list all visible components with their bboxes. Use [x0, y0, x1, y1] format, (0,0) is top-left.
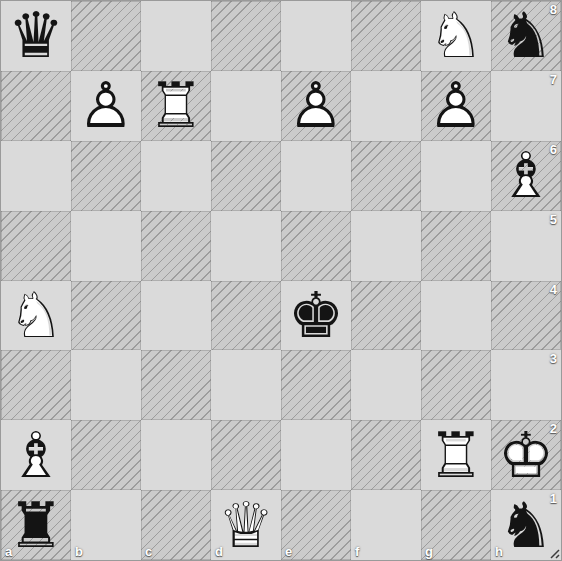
square-g1[interactable]: g: [421, 490, 491, 560]
square-e5[interactable]: [281, 211, 351, 281]
square-b1[interactable]: b: [71, 490, 141, 560]
square-g5[interactable]: [421, 211, 491, 281]
square-b6[interactable]: [71, 141, 141, 211]
square-a2[interactable]: ♝♗: [1, 420, 71, 490]
piece-white-rook[interactable]: ♜♖: [141, 71, 211, 141]
piece-white-pawn[interactable]: ♟♙: [71, 71, 141, 141]
piece-white-queen[interactable]: ♛♕: [211, 490, 281, 560]
piece-white-bishop[interactable]: ♝♗: [491, 141, 561, 211]
square-e8[interactable]: [281, 1, 351, 71]
piece-black-knight[interactable]: ♞: [491, 1, 561, 71]
square-c4[interactable]: [141, 281, 211, 351]
file-label-e: e: [285, 544, 292, 559]
square-a5[interactable]: [1, 211, 71, 281]
square-a1[interactable]: ♜a: [1, 490, 71, 560]
square-g4[interactable]: [421, 281, 491, 351]
file-label-f: f: [355, 544, 359, 559]
black-queen-glyph: ♛: [8, 4, 64, 67]
white-knight-outline-glyph: ♘: [8, 284, 64, 347]
rank-label-3: 3: [550, 351, 557, 366]
square-c2[interactable]: [141, 420, 211, 490]
square-h5[interactable]: 5: [491, 211, 561, 281]
square-h4[interactable]: 4: [491, 281, 561, 351]
square-a6[interactable]: [1, 141, 71, 211]
rank-label-7: 7: [550, 72, 557, 87]
square-g3[interactable]: [421, 350, 491, 420]
square-f6[interactable]: [351, 141, 421, 211]
white-rook-outline-glyph: ♖: [428, 424, 484, 487]
white-pawn-outline-glyph: ♙: [428, 74, 484, 137]
square-c3[interactable]: [141, 350, 211, 420]
square-d7[interactable]: [211, 71, 281, 141]
rank-label-5: 5: [550, 212, 557, 227]
square-h8[interactable]: ♞8: [491, 1, 561, 71]
piece-white-king[interactable]: ♚♔: [491, 420, 561, 490]
piece-black-rook[interactable]: ♜: [1, 490, 71, 560]
piece-white-pawn[interactable]: ♟♙: [421, 71, 491, 141]
square-f1[interactable]: f: [351, 490, 421, 560]
white-king-outline-glyph: ♔: [498, 424, 554, 487]
square-d8[interactable]: [211, 1, 281, 71]
square-g2[interactable]: ♜♖: [421, 420, 491, 490]
square-g6[interactable]: [421, 141, 491, 211]
square-h2[interactable]: ♚♔2: [491, 420, 561, 490]
square-b8[interactable]: [71, 1, 141, 71]
white-bishop-outline-glyph: ♗: [498, 144, 554, 207]
file-label-b: b: [75, 544, 83, 559]
piece-white-rook[interactable]: ♜♖: [421, 420, 491, 490]
file-label-g: g: [425, 544, 433, 559]
piece-black-queen[interactable]: ♛: [1, 1, 71, 71]
square-d5[interactable]: [211, 211, 281, 281]
square-e7[interactable]: ♟♙: [281, 71, 351, 141]
square-h6[interactable]: ♝♗6: [491, 141, 561, 211]
square-f8[interactable]: [351, 1, 421, 71]
square-f2[interactable]: [351, 420, 421, 490]
piece-white-bishop[interactable]: ♝♗: [1, 420, 71, 490]
square-e4[interactable]: ♚: [281, 281, 351, 351]
square-e6[interactable]: [281, 141, 351, 211]
square-e3[interactable]: [281, 350, 351, 420]
black-rook-glyph: ♜: [8, 494, 64, 557]
piece-white-knight[interactable]: ♞♘: [421, 1, 491, 71]
square-a3[interactable]: [1, 350, 71, 420]
square-g7[interactable]: ♟♙: [421, 71, 491, 141]
square-d4[interactable]: [211, 281, 281, 351]
square-e1[interactable]: e: [281, 490, 351, 560]
square-h7[interactable]: 7: [491, 71, 561, 141]
square-a4[interactable]: ♞♘: [1, 281, 71, 351]
white-pawn-outline-glyph: ♙: [78, 74, 134, 137]
rank-label-4: 4: [550, 282, 557, 297]
square-c7[interactable]: ♜♖: [141, 71, 211, 141]
square-a7[interactable]: [1, 71, 71, 141]
square-c1[interactable]: c: [141, 490, 211, 560]
piece-black-king[interactable]: ♚: [281, 281, 351, 351]
square-d2[interactable]: [211, 420, 281, 490]
piece-white-knight[interactable]: ♞♘: [1, 281, 71, 351]
white-bishop-outline-glyph: ♗: [8, 424, 64, 487]
square-d1[interactable]: ♛♕d: [211, 490, 281, 560]
white-rook-outline-glyph: ♖: [148, 74, 204, 137]
square-b2[interactable]: [71, 420, 141, 490]
square-c5[interactable]: [141, 211, 211, 281]
square-f3[interactable]: [351, 350, 421, 420]
square-b3[interactable]: [71, 350, 141, 420]
square-c6[interactable]: [141, 141, 211, 211]
square-b4[interactable]: [71, 281, 141, 351]
file-label-c: c: [145, 544, 152, 559]
square-c8[interactable]: [141, 1, 211, 71]
square-e2[interactable]: [281, 420, 351, 490]
square-h3[interactable]: 3: [491, 350, 561, 420]
square-b5[interactable]: [71, 211, 141, 281]
black-knight-glyph: ♞: [498, 4, 554, 67]
piece-white-pawn[interactable]: ♟♙: [281, 71, 351, 141]
square-f7[interactable]: [351, 71, 421, 141]
square-a8[interactable]: ♛: [1, 1, 71, 71]
white-knight-outline-glyph: ♘: [428, 4, 484, 67]
resize-handle-icon[interactable]: [546, 545, 560, 559]
white-queen-outline-glyph: ♕: [218, 494, 274, 557]
square-b7[interactable]: ♟♙: [71, 71, 141, 141]
chess-board: ♛♞♘♞8♟♙♜♖♟♙♟♙7♝♗65♞♘♚43♝♗♜♖♚♔2♜abc♛♕defg…: [0, 0, 562, 561]
black-king-glyph: ♚: [288, 284, 344, 347]
square-d3[interactable]: [211, 350, 281, 420]
square-g8[interactable]: ♞♘: [421, 1, 491, 71]
square-f4[interactable]: [351, 281, 421, 351]
square-d6[interactable]: [211, 141, 281, 211]
square-f5[interactable]: [351, 211, 421, 281]
white-pawn-outline-glyph: ♙: [288, 74, 344, 137]
